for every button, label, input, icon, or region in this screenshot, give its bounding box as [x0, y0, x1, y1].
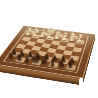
- black-knight: ♞: [57, 60, 65, 69]
- chess-box: ♜♞♝♚♛♝♞♜♟♟♟♟♟♟♟♟♟♟♟♟♟♟♟♟♜♞♝♚♛♝♞♜: [0, 26, 95, 78]
- square-h7: ♟: [76, 40, 85, 45]
- black-rook: ♜: [8, 53, 15, 61]
- white-pawn: ♟: [61, 35, 67, 42]
- black-knight: ♞: [15, 54, 23, 63]
- white-pawn: ♟: [46, 33, 52, 40]
- white-pawn: ♟: [54, 34, 60, 41]
- white-pawn: ♟: [76, 37, 82, 44]
- white-pawn: ♟: [39, 32, 45, 39]
- chess-set-photo: ♜♞♝♚♛♝♞♜♟♟♟♟♟♟♟♟♟♟♟♟♟♟♟♟♜♞♝♚♛♝♞♜: [0, 0, 98, 98]
- board-squares-grid: ♜♞♝♚♛♝♞♜♟♟♟♟♟♟♟♟♟♟♟♟♟♟♟♟♜♞♝♚♛♝♞♜: [7, 30, 86, 70]
- white-pawn: ♟: [69, 36, 75, 43]
- white-pawn: ♟: [32, 32, 38, 39]
- white-pawn: ♟: [25, 31, 31, 38]
- black-rook: ♜: [67, 62, 74, 70]
- black-bishop: ♝: [48, 58, 56, 67]
